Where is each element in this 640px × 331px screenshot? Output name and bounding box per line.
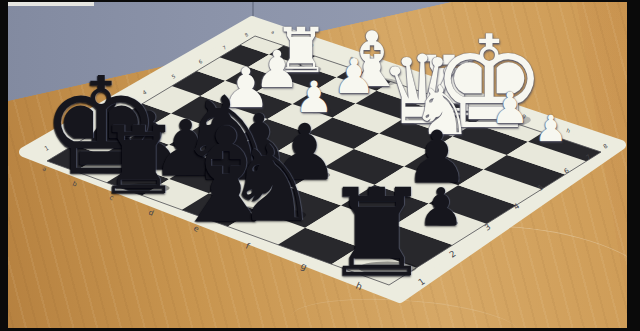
photo-of-chess-set: aabbccddeeffgghh1122334455667788 ♚♜♝♜♟♟♟… (0, 0, 640, 331)
photo-edge-sliver (8, 2, 94, 6)
photo-frame-right (627, 0, 640, 331)
piece-black-rook-h1: ♜ (323, 173, 431, 294)
piece-white-pawn-d7: ♟ (332, 52, 375, 100)
piece-black-knight-e2: ♞ (225, 132, 319, 237)
photo-frame-top (0, 0, 640, 2)
piece-white-pawn-h8: ♟ (535, 111, 567, 147)
photo-frame-left (0, 0, 8, 331)
piece-white-pawn-g8: ♟ (491, 87, 530, 130)
